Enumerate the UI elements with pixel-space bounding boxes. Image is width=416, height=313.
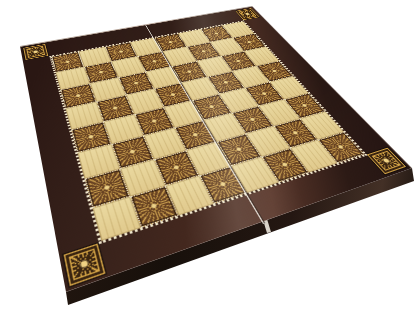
corner-ornament-top-right [235,8,259,20]
corner-ornament-top-left [23,44,48,60]
corner-ornament-bottom-left [64,244,106,287]
board-photo: Overhead angled product photo of an empt… [0,0,416,313]
corner-ornament-bottom-right [367,148,406,175]
